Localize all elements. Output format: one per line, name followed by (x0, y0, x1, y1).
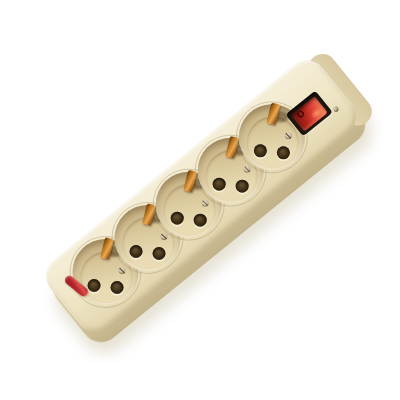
pin-hole-right (194, 214, 207, 227)
pin-hole-right (111, 281, 124, 294)
screw-icon (284, 132, 291, 139)
pin-hole-right (152, 247, 165, 260)
pin-hole-left (129, 245, 142, 258)
pin-hole-left (212, 177, 225, 190)
pin-hole-left (254, 144, 267, 157)
pin-hole-left (171, 211, 184, 224)
pin-hole-right (277, 146, 290, 159)
pin-hole-left (88, 278, 101, 291)
switch-off-marking: O (294, 107, 307, 120)
switch-glow (308, 105, 325, 121)
product-photo: O (0, 0, 400, 400)
pin-hole-right (235, 180, 248, 193)
power-strip: O (38, 52, 364, 339)
